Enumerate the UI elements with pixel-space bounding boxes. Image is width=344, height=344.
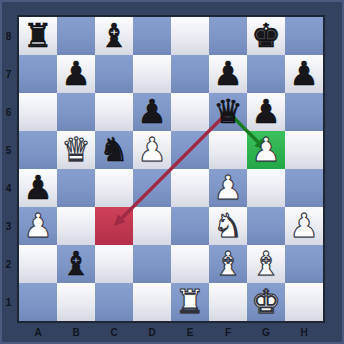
rank-label-2: 2 [0,245,17,283]
square-e1[interactable]: ♜ [171,283,209,321]
piece-black-pawn[interactable]: ♟ [251,93,281,131]
file-label-a: A [19,322,57,342]
rank-label-4: 4 [0,169,17,207]
square-g6[interactable]: ♟ [247,93,285,131]
square-h5[interactable] [285,131,323,169]
piece-black-pawn[interactable]: ♟ [289,55,319,93]
square-c3-red-highlight[interactable] [95,207,133,245]
piece-black-rook[interactable]: ♜ [23,17,53,55]
square-g4[interactable] [247,169,285,207]
piece-black-king[interactable]: ♚ [251,17,281,55]
piece-white-pawn[interactable]: ♟ [289,207,319,245]
file-label-c: C [95,322,133,342]
piece-white-pawn[interactable]: ♟ [137,131,167,169]
square-c8[interactable]: ♝ [95,17,133,55]
rank-label-3: 3 [0,207,17,245]
square-e8[interactable] [171,17,209,55]
square-c6[interactable] [95,93,133,131]
square-f4[interactable]: ♟ [209,169,247,207]
square-a5[interactable] [19,131,57,169]
square-h4[interactable] [285,169,323,207]
square-d3[interactable] [133,207,171,245]
square-a7[interactable] [19,55,57,93]
square-g8[interactable]: ♚ [247,17,285,55]
square-a3[interactable]: ♟ [19,207,57,245]
square-e5[interactable] [171,131,209,169]
square-f5[interactable] [209,131,247,169]
square-g5-green-highlight[interactable]: ♟ [247,131,285,169]
square-d7[interactable] [133,55,171,93]
square-g7[interactable] [247,55,285,93]
rank-label-8: 8 [0,17,17,55]
square-g1[interactable]: ♚ [247,283,285,321]
rank-label-6: 6 [0,93,17,131]
square-a6[interactable] [19,93,57,131]
file-label-h: H [285,322,323,342]
square-b7[interactable]: ♟ [57,55,95,93]
square-c4[interactable] [95,169,133,207]
square-g2[interactable]: ♝ [247,245,285,283]
square-f8[interactable] [209,17,247,55]
square-d5[interactable]: ♟ [133,131,171,169]
square-e3[interactable] [171,207,209,245]
file-label-g: G [247,322,285,342]
square-d8[interactable] [133,17,171,55]
piece-white-bishop[interactable]: ♝ [213,245,243,283]
rank-label-1: 1 [0,283,17,321]
piece-black-queen[interactable]: ♛ [213,93,243,131]
square-b5[interactable]: ♛ [57,131,95,169]
square-c1[interactable] [95,283,133,321]
piece-black-bishop[interactable]: ♝ [99,17,129,55]
square-d4[interactable] [133,169,171,207]
square-a8[interactable]: ♜ [19,17,57,55]
piece-black-pawn[interactable]: ♟ [23,169,53,207]
piece-black-pawn[interactable]: ♟ [61,55,91,93]
square-e2[interactable] [171,245,209,283]
square-b8[interactable] [57,17,95,55]
square-f2[interactable]: ♝ [209,245,247,283]
square-e6[interactable] [171,93,209,131]
square-b4[interactable] [57,169,95,207]
piece-black-pawn[interactable]: ♟ [213,55,243,93]
piece-white-queen[interactable]: ♛ [61,131,91,169]
piece-white-pawn[interactable]: ♟ [23,207,53,245]
piece-white-bishop[interactable]: ♝ [251,245,281,283]
square-h8[interactable] [285,17,323,55]
square-h1[interactable] [285,283,323,321]
square-f7[interactable]: ♟ [209,55,247,93]
square-h7[interactable]: ♟ [285,55,323,93]
square-c7[interactable] [95,55,133,93]
square-g3[interactable] [247,207,285,245]
piece-white-king[interactable]: ♚ [251,283,281,321]
piece-white-pawn[interactable]: ♟ [251,131,281,169]
piece-black-pawn[interactable]: ♟ [137,93,167,131]
piece-white-knight[interactable]: ♞ [213,207,243,245]
square-d2[interactable] [133,245,171,283]
square-b3[interactable] [57,207,95,245]
piece-black-bishop[interactable]: ♝ [61,245,91,283]
square-c5[interactable]: ♞ [95,131,133,169]
square-e7[interactable] [171,55,209,93]
square-f3[interactable]: ♞ [209,207,247,245]
square-h2[interactable] [285,245,323,283]
rank-label-7: 7 [0,55,17,93]
square-f1[interactable] [209,283,247,321]
chess-board: ♜♝♚♟♟♟♟♛♟♛♞♟♟♟♟♟♞♟♝♝♝♜♚ [17,15,325,323]
file-label-e: E [171,322,209,342]
chess-app: 87654321 ABCDEFGH ♜♝♚♟♟♟♟♛♟♛♞♟♟♟♟♟♞♟♝♝♝♜… [0,0,344,344]
rank-label-5: 5 [0,131,17,169]
file-label-f: F [209,322,247,342]
file-label-b: B [57,322,95,342]
square-b2[interactable]: ♝ [57,245,95,283]
square-h3[interactable]: ♟ [285,207,323,245]
piece-white-pawn[interactable]: ♟ [213,169,243,207]
square-a2[interactable] [19,245,57,283]
file-label-d: D [133,322,171,342]
file-labels: ABCDEFGH [19,322,323,342]
rank-labels: 87654321 [0,17,17,321]
square-a1[interactable] [19,283,57,321]
square-e4[interactable] [171,169,209,207]
piece-white-rook[interactable]: ♜ [175,283,205,321]
square-d6[interactable]: ♟ [133,93,171,131]
square-b6[interactable] [57,93,95,131]
square-h6[interactable] [285,93,323,131]
square-d1[interactable] [133,283,171,321]
piece-black-knight[interactable]: ♞ [99,131,129,169]
square-f6[interactable]: ♛ [209,93,247,131]
square-c2[interactable] [95,245,133,283]
square-b1[interactable] [57,283,95,321]
square-a4[interactable]: ♟ [19,169,57,207]
